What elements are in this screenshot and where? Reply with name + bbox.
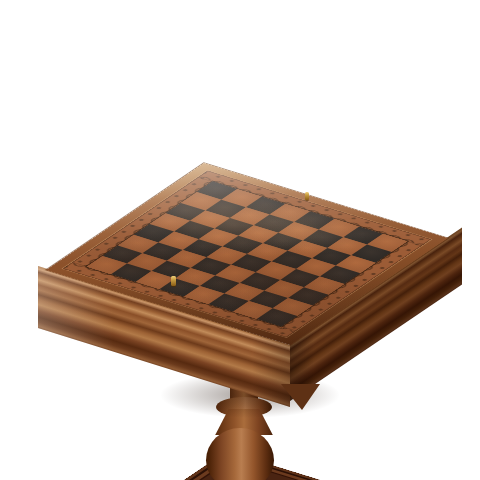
pedestal-baluster-bulb [206,428,274,480]
brass-pin-upper-right [305,192,309,200]
tabletop-molding-corner [281,384,320,410]
brass-pin-lower-left [171,276,176,286]
product-photo-scene: Wooden pedestal chess table with an empt… [0,0,480,480]
